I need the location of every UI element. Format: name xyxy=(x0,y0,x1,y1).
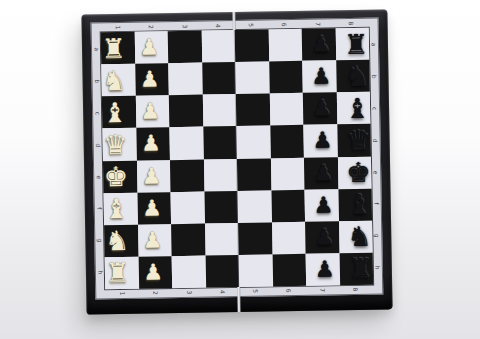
coord-right-c: c xyxy=(359,104,391,114)
piece-white-pawn-b2[interactable]: ♟ xyxy=(140,69,160,91)
coord-left-c: c xyxy=(82,108,114,118)
square-e5[interactable] xyxy=(237,158,271,191)
square-e2[interactable]: ♟ xyxy=(136,160,170,193)
coord-left-g: g xyxy=(84,236,116,246)
coord-top-1: 1 xyxy=(113,11,123,44)
square-b7[interactable]: ♟ xyxy=(302,60,336,93)
chess-board: 12345678 12345678 abcdefgh abcdefgh ♜♟♟♜… xyxy=(81,9,392,314)
coord-right-d: d xyxy=(359,135,391,145)
piece-black-pawn-g7[interactable]: ♟ xyxy=(314,226,334,248)
square-f7[interactable]: ♟ xyxy=(304,189,338,222)
square-b5[interactable] xyxy=(235,62,269,95)
piece-white-pawn-e2[interactable]: ♟ xyxy=(141,165,161,187)
fold-seam-bottom xyxy=(237,287,240,312)
fold-seam-top xyxy=(232,12,235,30)
coord-top-4: 4 xyxy=(213,9,223,42)
square-b6[interactable] xyxy=(269,61,303,94)
coord-right-b: b xyxy=(358,72,390,82)
square-d4[interactable] xyxy=(203,126,237,159)
square-c2[interactable]: ♟ xyxy=(135,95,169,128)
square-d7[interactable]: ♟ xyxy=(303,125,337,158)
square-e6[interactable] xyxy=(270,157,304,190)
piece-black-pawn-b7[interactable]: ♟ xyxy=(311,66,331,88)
square-d2[interactable]: ♟ xyxy=(136,128,170,161)
piece-white-pawn-f2[interactable]: ♟ xyxy=(142,197,162,219)
square-e7[interactable]: ♟ xyxy=(304,157,338,190)
coord-top-5: 5 xyxy=(246,9,256,42)
coord-right-f: f xyxy=(360,199,392,209)
coord-bottom-5: 5 xyxy=(251,274,261,307)
square-b2[interactable]: ♟ xyxy=(135,63,169,96)
coord-left-b: b xyxy=(81,76,113,86)
coord-right-a: a xyxy=(357,40,389,50)
square-d5[interactable] xyxy=(236,126,270,159)
coord-right-e: e xyxy=(360,167,392,177)
coord-top-3: 3 xyxy=(180,10,190,43)
coord-bottom-4: 4 xyxy=(218,275,228,308)
square-e3[interactable] xyxy=(170,159,204,192)
square-g6[interactable] xyxy=(272,222,306,255)
coord-bottom-7: 7 xyxy=(318,273,328,306)
square-f5[interactable] xyxy=(237,190,271,223)
square-d3[interactable] xyxy=(169,127,203,160)
coord-left-h: h xyxy=(84,268,116,278)
piece-black-pawn-c7[interactable]: ♟ xyxy=(312,98,332,120)
square-d6[interactable] xyxy=(270,125,304,158)
piece-white-pawn-c2[interactable]: ♟ xyxy=(140,101,160,123)
photo-scene: 12345678 12345678 abcdefgh abcdefgh ♜♟♟♜… xyxy=(0,0,480,339)
square-c5[interactable] xyxy=(236,94,270,127)
square-f3[interactable] xyxy=(171,191,205,224)
square-f2[interactable]: ♟ xyxy=(137,192,171,225)
piece-white-pawn-d2[interactable]: ♟ xyxy=(141,133,161,155)
coord-top-2: 2 xyxy=(147,10,157,43)
square-g2[interactable]: ♟ xyxy=(138,224,172,257)
square-g5[interactable] xyxy=(238,222,272,255)
piece-black-pawn-f7[interactable]: ♟ xyxy=(313,194,333,216)
square-g7[interactable]: ♟ xyxy=(305,221,339,254)
square-c7[interactable]: ♟ xyxy=(303,93,337,126)
coord-bottom-3: 3 xyxy=(185,276,195,309)
coord-top-6: 6 xyxy=(280,8,290,41)
square-e4[interactable] xyxy=(203,159,237,192)
coord-bottom-8: 8 xyxy=(351,273,361,306)
square-f4[interactable] xyxy=(204,191,238,224)
coord-left-f: f xyxy=(83,204,115,214)
coord-right-g: g xyxy=(361,231,393,241)
coord-bottom-2: 2 xyxy=(151,276,161,309)
square-c6[interactable] xyxy=(269,93,303,126)
square-f6[interactable] xyxy=(271,189,305,222)
board-rim: 12345678 12345678 abcdefgh abcdefgh ♜♟♟♜… xyxy=(81,9,392,314)
piece-white-pawn-g2[interactable]: ♟ xyxy=(143,229,163,251)
square-g3[interactable] xyxy=(171,223,205,256)
coord-bottom-1: 1 xyxy=(118,277,128,310)
square-c3[interactable] xyxy=(169,95,203,128)
coord-bottom-6: 6 xyxy=(284,274,294,307)
square-c4[interactable] xyxy=(202,94,236,127)
coord-top-7: 7 xyxy=(313,7,323,40)
coord-left-a: a xyxy=(80,45,112,55)
square-b4[interactable] xyxy=(202,62,236,95)
square-b3[interactable] xyxy=(168,63,202,96)
coord-left-d: d xyxy=(82,140,114,150)
coord-top-8: 8 xyxy=(346,7,356,40)
piece-black-pawn-e7[interactable]: ♟ xyxy=(313,162,333,184)
coord-left-e: e xyxy=(83,172,115,182)
coord-right-h: h xyxy=(361,263,393,273)
piece-black-pawn-d7[interactable]: ♟ xyxy=(312,130,332,152)
square-g4[interactable] xyxy=(205,223,239,256)
